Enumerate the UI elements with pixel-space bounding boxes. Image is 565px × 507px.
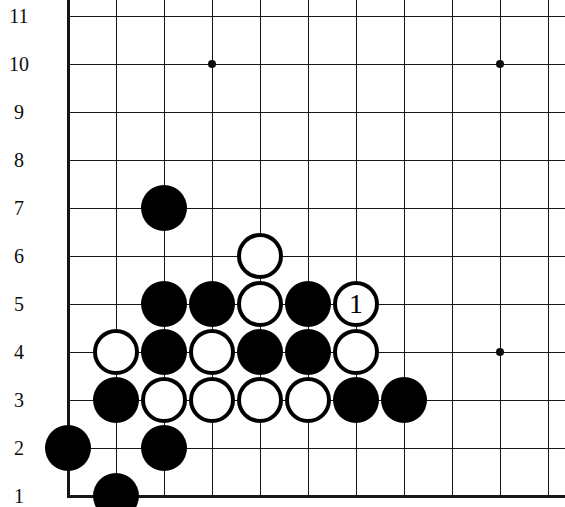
row-label: 3 [0,388,38,412]
row-label: 8 [0,148,38,172]
stone-black [45,425,91,471]
stone-white [93,329,139,375]
stone-black [141,185,187,231]
stone-black [93,473,139,507]
row-label: 4 [0,340,38,364]
row-label: 11 [0,4,38,28]
stone-white [189,377,235,423]
stone-white [189,329,235,375]
row-label: 2 [0,436,38,460]
stones-layer: 1 [44,0,565,507]
row-label: 1 [0,484,38,507]
stone-white-move-1: 1 [333,281,379,327]
stone-black [141,329,187,375]
stone-white [141,377,187,423]
move-number-label: 1 [349,290,363,318]
stone-black [141,281,187,327]
go-board[interactable]: 1234567891011 1 [0,0,565,507]
stone-black [93,377,139,423]
stone-black [333,377,379,423]
stone-white [237,233,283,279]
row-label: 9 [0,100,38,124]
go-diagram-page: { "game": "go", "board": { "diagram_type… [0,0,565,507]
stone-white [285,377,331,423]
stone-black [141,425,187,471]
row-label: 10 [0,52,38,76]
stone-black [237,329,283,375]
row-label: 6 [0,244,38,268]
stone-black [381,377,427,423]
stone-black [189,281,235,327]
stone-white [237,281,283,327]
stone-white [237,377,283,423]
stone-white [333,329,379,375]
row-label: 5 [0,292,38,316]
stone-black [285,281,331,327]
stone-black [285,329,331,375]
row-label: 7 [0,196,38,220]
